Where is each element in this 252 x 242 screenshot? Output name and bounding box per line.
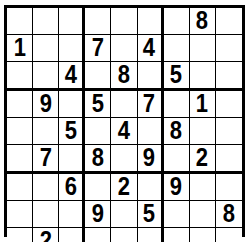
- given-digit: 2: [118, 174, 130, 200]
- cell-r2c3[interactable]: [59, 35, 85, 62]
- cell-r9c5[interactable]: [111, 228, 137, 242]
- given-digit: 4: [143, 35, 155, 61]
- cell-r6c2[interactable]: 7: [33, 145, 59, 174]
- cell-r5c8[interactable]: [190, 118, 216, 145]
- cell-r8c5[interactable]: [111, 201, 137, 228]
- cell-r3c9[interactable]: [216, 62, 242, 91]
- cell-r8c4[interactable]: 9: [85, 201, 111, 228]
- given-digit: 5: [65, 118, 77, 144]
- cell-r8c1[interactable]: [7, 201, 33, 228]
- cell-r9c6[interactable]: [138, 228, 164, 242]
- given-digit: 6: [65, 174, 77, 200]
- cell-r6c8[interactable]: 2: [190, 145, 216, 174]
- given-digit: 4: [118, 118, 130, 144]
- cell-r8c6[interactable]: 5: [138, 201, 164, 228]
- cell-r7c1[interactable]: [7, 174, 33, 201]
- given-digit: 8: [118, 62, 130, 88]
- cell-r8c9[interactable]: 8: [216, 201, 242, 228]
- cell-r8c2[interactable]: [33, 201, 59, 228]
- cell-r1c2[interactable]: [33, 8, 59, 35]
- cell-r4c1[interactable]: [7, 91, 33, 118]
- cell-r6c3[interactable]: [59, 145, 85, 174]
- cell-r5c5[interactable]: 4: [111, 118, 137, 145]
- cell-r9c9[interactable]: [216, 228, 242, 242]
- cell-r4c4[interactable]: 5: [85, 91, 111, 118]
- cell-r4c7[interactable]: [164, 91, 190, 118]
- given-digit: 9: [92, 201, 104, 227]
- given-digit: 7: [143, 91, 155, 117]
- given-digit: 8: [170, 118, 182, 144]
- cell-r6c6[interactable]: 9: [138, 145, 164, 174]
- given-digit: 5: [170, 62, 182, 88]
- cell-r1c9[interactable]: [216, 8, 242, 35]
- cell-r7c2[interactable]: [33, 174, 59, 201]
- cell-r1c8[interactable]: 8: [190, 8, 216, 35]
- cell-r4c9[interactable]: [216, 91, 242, 118]
- cell-r6c7[interactable]: [164, 145, 190, 174]
- cell-r7c3[interactable]: 6: [59, 174, 85, 201]
- given-digit: 5: [92, 91, 104, 117]
- cell-r4c2[interactable]: 9: [33, 91, 59, 118]
- cell-r5c2[interactable]: [33, 118, 59, 145]
- given-digit: 9: [40, 91, 52, 117]
- cell-r6c9[interactable]: [216, 145, 242, 174]
- cell-r3c7[interactable]: 5: [164, 62, 190, 91]
- given-digit: 8: [223, 201, 235, 227]
- cell-r9c3[interactable]: [59, 228, 85, 242]
- cell-r4c6[interactable]: 7: [138, 91, 164, 118]
- cell-r4c5[interactable]: [111, 91, 137, 118]
- cell-r7c6[interactable]: [138, 174, 164, 201]
- given-digit: 8: [92, 145, 104, 171]
- cell-r1c6[interactable]: [138, 8, 164, 35]
- given-digit: 9: [170, 174, 182, 200]
- cell-r1c4[interactable]: [85, 8, 111, 35]
- cell-r5c6[interactable]: [138, 118, 164, 145]
- cell-r9c8[interactable]: [190, 228, 216, 242]
- cell-r1c5[interactable]: [111, 8, 137, 35]
- cell-r5c1[interactable]: [7, 118, 33, 145]
- cell-r2c7[interactable]: [164, 35, 190, 62]
- cell-r3c5[interactable]: 8: [111, 62, 137, 91]
- cell-r6c5[interactable]: [111, 145, 137, 174]
- cell-r2c4[interactable]: 7: [85, 35, 111, 62]
- cell-r8c8[interactable]: [190, 201, 216, 228]
- cell-r2c1[interactable]: 1: [7, 35, 33, 62]
- cell-r5c3[interactable]: 5: [59, 118, 85, 145]
- given-digit: 7: [92, 35, 104, 61]
- cell-r9c7[interactable]: [164, 228, 190, 242]
- cell-r9c2[interactable]: 2: [33, 228, 59, 242]
- given-digit: 7: [40, 145, 52, 171]
- cell-r3c2[interactable]: [33, 62, 59, 91]
- cell-r7c5[interactable]: 2: [111, 174, 137, 201]
- cell-r3c4[interactable]: [85, 62, 111, 91]
- cell-r4c8[interactable]: 1: [190, 91, 216, 118]
- given-digit: 8: [196, 8, 208, 34]
- cell-r5c9[interactable]: [216, 118, 242, 145]
- cell-r8c3[interactable]: [59, 201, 85, 228]
- cell-r5c4[interactable]: [85, 118, 111, 145]
- cell-r7c4[interactable]: [85, 174, 111, 201]
- sudoku-board: 8174485957154878926299582: [4, 5, 245, 237]
- given-digit: 1: [13, 35, 25, 61]
- cell-r2c5[interactable]: [111, 35, 137, 62]
- cell-r7c7[interactable]: 9: [164, 174, 190, 201]
- cell-r3c1[interactable]: [7, 62, 33, 91]
- given-digit: 4: [65, 62, 77, 88]
- cell-r9c4[interactable]: [85, 228, 111, 242]
- cell-r4c3[interactable]: [59, 91, 85, 118]
- cell-r1c7[interactable]: [164, 8, 190, 35]
- cell-r3c3[interactable]: 4: [59, 62, 85, 91]
- cell-r2c6[interactable]: 4: [138, 35, 164, 62]
- cell-r9c1[interactable]: [7, 228, 33, 242]
- cell-r6c1[interactable]: [7, 145, 33, 174]
- cell-r7c9[interactable]: [216, 174, 242, 201]
- cell-r2c8[interactable]: [190, 35, 216, 62]
- given-digit: 2: [40, 228, 52, 242]
- cell-r6c4[interactable]: 8: [85, 145, 111, 174]
- given-digit: 9: [143, 145, 155, 171]
- cell-r8c7[interactable]: [164, 201, 190, 228]
- cell-r2c9[interactable]: [216, 35, 242, 62]
- cell-r3c8[interactable]: [190, 62, 216, 91]
- given-digit: 1: [196, 91, 208, 117]
- cell-r7c8[interactable]: [190, 174, 216, 201]
- cell-r1c1[interactable]: [7, 8, 33, 35]
- cell-r2c2[interactable]: [33, 35, 59, 62]
- cell-r1c3[interactable]: [59, 8, 85, 35]
- cell-r3c6[interactable]: [138, 62, 164, 91]
- given-digit: 2: [196, 145, 208, 171]
- cell-r5c7[interactable]: 8: [164, 118, 190, 145]
- given-digit: 5: [143, 201, 155, 227]
